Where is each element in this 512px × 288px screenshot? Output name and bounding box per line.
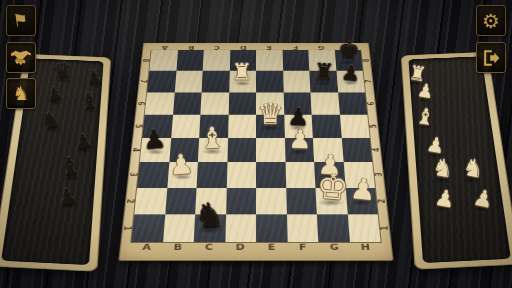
square-b6[interactable] <box>173 92 202 114</box>
gear-icon: ⚙ <box>482 11 500 31</box>
resign-button[interactable]: ⚑ <box>6 5 36 36</box>
square-c6[interactable] <box>200 92 228 114</box>
rank-label-2: 2 <box>110 197 150 204</box>
piece-white-rook-d7[interactable]: ♜ <box>219 61 266 85</box>
draw-offer-button[interactable] <box>6 42 36 73</box>
rank-label-3: 3 <box>114 171 153 178</box>
file-label-top-d: D <box>230 44 256 50</box>
file-label-top-b: B <box>178 44 204 50</box>
rank-label-right-4: 4 <box>357 147 395 154</box>
flag-icon: ⚑ <box>12 11 29 30</box>
file-label-top-f: F <box>282 44 308 50</box>
file-label-a: A <box>130 243 163 259</box>
rank-label-6: 6 <box>123 100 160 106</box>
rank-label-7: 7 <box>126 79 162 85</box>
file-label-f: F <box>287 243 319 259</box>
piece-white-pawn-b3[interactable]: ♟ <box>154 149 210 180</box>
file-label-top-a: A <box>152 44 179 50</box>
square-e1[interactable] <box>256 214 287 242</box>
square-f1[interactable] <box>286 214 318 242</box>
knight-button[interactable]: ♞ <box>6 78 36 109</box>
rank-label-right-1: 1 <box>364 224 405 231</box>
square-e3[interactable] <box>256 162 286 187</box>
file-label-top-e: E <box>256 44 282 50</box>
file-label-b: B <box>161 243 193 259</box>
rank-label-1: 1 <box>107 224 148 231</box>
piece-black-pawn-a4[interactable]: ♟ <box>128 125 181 155</box>
chess-app-screen: ABCDEFGH ABCDEFGH 87654321 87654321 ♜♛♝♟… <box>0 0 512 288</box>
file-label-c: C <box>193 243 225 259</box>
piece-black-knight-c1[interactable]: ♞ <box>174 196 244 233</box>
exit-button[interactable] <box>476 42 506 73</box>
file-label-top-c: C <box>204 44 230 50</box>
square-b7[interactable] <box>174 71 202 92</box>
knight-icon: ♞ <box>12 84 29 103</box>
rank-label-right-6: 6 <box>353 100 390 106</box>
file-label-g: G <box>318 243 350 259</box>
exit-icon <box>481 48 501 68</box>
file-label-e: E <box>256 243 288 259</box>
file-label-d: D <box>224 243 256 259</box>
handshake-icon <box>10 49 32 67</box>
file-labels-bottom: ABCDEFGH <box>130 243 383 259</box>
square-g1[interactable] <box>317 214 350 242</box>
file-label-h: H <box>349 243 382 259</box>
settings-button[interactable]: ⚙ <box>476 5 506 36</box>
square-d3[interactable] <box>226 162 256 187</box>
piece-black-pawn-h7[interactable]: ♟ <box>329 61 372 86</box>
rank-label-right-5: 5 <box>355 123 392 129</box>
piece-black-pawn-f5[interactable]: ♟ <box>274 104 323 130</box>
square-e2[interactable] <box>256 188 286 215</box>
rank-label-8: 8 <box>128 58 163 64</box>
square-b8[interactable] <box>176 50 204 71</box>
